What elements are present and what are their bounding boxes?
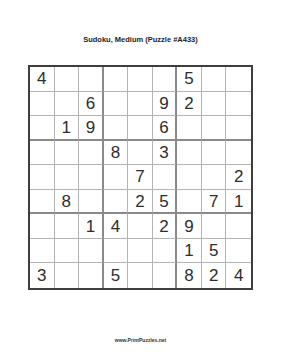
cell-r4c4: 8 bbox=[104, 141, 129, 166]
cell-r1c6 bbox=[153, 67, 178, 92]
cell-r9c6 bbox=[153, 263, 178, 288]
cell-r4c9 bbox=[226, 141, 251, 166]
cell-r7c5 bbox=[128, 214, 153, 239]
cell-r3c2: 1 bbox=[55, 116, 80, 141]
cell-r6c2: 8 bbox=[55, 190, 80, 215]
cell-r5c1 bbox=[30, 165, 55, 190]
cell-r7c1 bbox=[30, 214, 55, 239]
cell-r8c6 bbox=[153, 239, 178, 264]
cell-r5c3 bbox=[79, 165, 104, 190]
cell-r7c2 bbox=[55, 214, 80, 239]
cell-r8c4 bbox=[104, 239, 129, 264]
cell-r7c4: 4 bbox=[104, 214, 129, 239]
sudoku-board: 4569219683728257114291535824 bbox=[28, 65, 253, 290]
cell-r3c9 bbox=[226, 116, 251, 141]
footer-url: www.PrintPuzzles.net bbox=[0, 337, 281, 344]
cell-r5c6 bbox=[153, 165, 178, 190]
cell-r3c6: 6 bbox=[153, 116, 178, 141]
cell-r8c1 bbox=[30, 239, 55, 264]
cell-r2c2 bbox=[55, 92, 80, 117]
cell-r3c4 bbox=[104, 116, 129, 141]
cell-r6c4 bbox=[104, 190, 129, 215]
cell-r4c5 bbox=[128, 141, 153, 166]
cell-r7c8 bbox=[202, 214, 227, 239]
cell-r7c6: 2 bbox=[153, 214, 178, 239]
cell-r2c3: 6 bbox=[79, 92, 104, 117]
cell-r4c6: 3 bbox=[153, 141, 178, 166]
cell-r7c3: 1 bbox=[79, 214, 104, 239]
cell-r6c8: 7 bbox=[202, 190, 227, 215]
cell-r9c8: 2 bbox=[202, 263, 227, 288]
cell-r9c4: 5 bbox=[104, 263, 129, 288]
cell-r6c5: 2 bbox=[128, 190, 153, 215]
cell-r3c3: 9 bbox=[79, 116, 104, 141]
cell-r3c8 bbox=[202, 116, 227, 141]
cell-r2c7: 2 bbox=[177, 92, 202, 117]
cell-r2c1 bbox=[30, 92, 55, 117]
cell-r6c6: 5 bbox=[153, 190, 178, 215]
cell-r1c3 bbox=[79, 67, 104, 92]
cell-r5c4 bbox=[104, 165, 129, 190]
cell-r4c2 bbox=[55, 141, 80, 166]
cell-r6c7 bbox=[177, 190, 202, 215]
page-title: Sudoku, Medium (Puzzle #A433) bbox=[0, 35, 281, 45]
cell-r6c1 bbox=[30, 190, 55, 215]
cell-r1c2 bbox=[55, 67, 80, 92]
cell-r5c7 bbox=[177, 165, 202, 190]
cell-r7c9 bbox=[226, 214, 251, 239]
cell-r2c6: 9 bbox=[153, 92, 178, 117]
cell-r6c3 bbox=[79, 190, 104, 215]
cell-r4c8 bbox=[202, 141, 227, 166]
cell-r1c1: 4 bbox=[30, 67, 55, 92]
cell-r4c3 bbox=[79, 141, 104, 166]
cell-r8c8: 5 bbox=[202, 239, 227, 264]
cell-r5c8 bbox=[202, 165, 227, 190]
cell-r5c9: 2 bbox=[226, 165, 251, 190]
cell-r8c2 bbox=[55, 239, 80, 264]
cell-r9c7: 8 bbox=[177, 263, 202, 288]
cell-r2c9 bbox=[226, 92, 251, 117]
cell-r1c9 bbox=[226, 67, 251, 92]
cell-r4c1 bbox=[30, 141, 55, 166]
cell-r4c7 bbox=[177, 141, 202, 166]
cell-r1c7: 5 bbox=[177, 67, 202, 92]
cell-r8c9 bbox=[226, 239, 251, 264]
cell-r3c7 bbox=[177, 116, 202, 141]
cell-r2c4 bbox=[104, 92, 129, 117]
cell-r2c8 bbox=[202, 92, 227, 117]
cell-r3c1 bbox=[30, 116, 55, 141]
cell-r8c7: 1 bbox=[177, 239, 202, 264]
cell-r8c5 bbox=[128, 239, 153, 264]
cell-r9c5 bbox=[128, 263, 153, 288]
cell-r1c8 bbox=[202, 67, 227, 92]
cell-r5c2 bbox=[55, 165, 80, 190]
cell-r6c9: 1 bbox=[226, 190, 251, 215]
cell-r9c9: 4 bbox=[226, 263, 251, 288]
cell-r1c5 bbox=[128, 67, 153, 92]
cell-r1c4 bbox=[104, 67, 129, 92]
cell-r3c5 bbox=[128, 116, 153, 141]
cell-r8c3 bbox=[79, 239, 104, 264]
cell-r5c5: 7 bbox=[128, 165, 153, 190]
cell-r9c1: 3 bbox=[30, 263, 55, 288]
cell-r2c5 bbox=[128, 92, 153, 117]
cell-r9c2 bbox=[55, 263, 80, 288]
cell-r9c3 bbox=[79, 263, 104, 288]
cell-r7c7: 9 bbox=[177, 214, 202, 239]
